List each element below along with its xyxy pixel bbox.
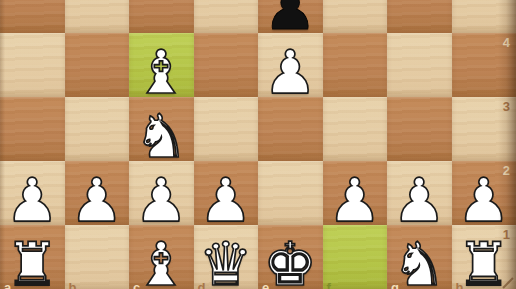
square-e2[interactable] — [258, 161, 323, 225]
square-d4[interactable] — [194, 33, 259, 97]
square-d5[interactable] — [194, 0, 259, 33]
rank-label-4: 4 — [503, 36, 510, 49]
square-c4[interactable]: ♝ — [129, 33, 194, 97]
square-c3[interactable]: ♞ — [129, 97, 194, 161]
white-pawn[interactable]: ♟ — [258, 38, 323, 102]
square-e1[interactable]: e♚ — [258, 225, 323, 289]
square-a2[interactable]: ♟ — [0, 161, 65, 225]
square-f5[interactable] — [323, 0, 388, 33]
square-g3[interactable] — [387, 97, 452, 161]
white-pawn[interactable]: ♟ — [194, 166, 259, 230]
square-a5[interactable] — [0, 0, 65, 33]
white-pawn[interactable]: ♟ — [387, 166, 452, 230]
white-pawn[interactable]: ♟ — [323, 166, 388, 230]
square-h4[interactable]: 4 — [452, 33, 516, 97]
white-pawn[interactable]: ♟ — [0, 166, 65, 230]
square-f2[interactable]: ♟ — [323, 161, 388, 225]
rank-label-3: 3 — [503, 100, 510, 113]
square-g4[interactable] — [387, 33, 452, 97]
white-rook[interactable]: ♜ — [0, 230, 65, 289]
white-knight[interactable]: ♞ — [129, 102, 194, 166]
square-a1[interactable]: a♜ — [0, 225, 65, 289]
square-e4[interactable]: ♟ — [258, 33, 323, 97]
square-d1[interactable]: d♛ — [194, 225, 259, 289]
black-pawn[interactable]: ♟ — [258, 0, 323, 38]
file-label-f: f — [327, 281, 331, 289]
square-b4[interactable] — [65, 33, 130, 97]
square-b5[interactable] — [65, 0, 130, 33]
file-label-b: b — [69, 281, 77, 289]
square-c1[interactable]: c♝ — [129, 225, 194, 289]
white-knight[interactable]: ♞ — [387, 230, 452, 289]
white-rook[interactable]: ♜ — [452, 230, 516, 289]
square-c5[interactable] — [129, 0, 194, 33]
square-f3[interactable] — [323, 97, 388, 161]
square-g1[interactable]: g♞ — [387, 225, 452, 289]
square-h5[interactable] — [452, 0, 516, 33]
square-g5[interactable] — [387, 0, 452, 33]
white-bishop[interactable]: ♝ — [129, 38, 194, 102]
square-g2[interactable]: ♟ — [387, 161, 452, 225]
white-pawn[interactable]: ♟ — [129, 166, 194, 230]
square-a3[interactable] — [0, 97, 65, 161]
square-h2[interactable]: 2♟ — [452, 161, 516, 225]
square-c2[interactable]: ♟ — [129, 161, 194, 225]
white-king[interactable]: ♚ — [258, 230, 323, 289]
white-queen[interactable]: ♛ — [194, 230, 259, 289]
chess-board: ♟♝♟4♞3♟♟♟♟♟♟2♟a♜bc♝d♛e♚fg♞1h♜ — [0, 0, 516, 289]
white-pawn[interactable]: ♟ — [65, 166, 130, 230]
square-b2[interactable]: ♟ — [65, 161, 130, 225]
square-f4[interactable] — [323, 33, 388, 97]
square-e5[interactable]: ♟ — [258, 0, 323, 33]
square-d3[interactable] — [194, 97, 259, 161]
white-pawn[interactable]: ♟ — [452, 166, 516, 230]
white-bishop[interactable]: ♝ — [129, 230, 194, 289]
square-h1[interactable]: 1h♜ — [452, 225, 516, 289]
square-d2[interactable]: ♟ — [194, 161, 259, 225]
chess-board-grid: ♟♝♟4♞3♟♟♟♟♟♟2♟a♜bc♝d♛e♚fg♞1h♜ — [0, 0, 516, 289]
square-a4[interactable] — [0, 33, 65, 97]
square-h3[interactable]: 3 — [452, 97, 516, 161]
square-b3[interactable] — [65, 97, 130, 161]
